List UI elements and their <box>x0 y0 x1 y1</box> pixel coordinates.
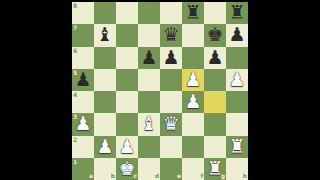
square-c5[interactable] <box>116 69 138 91</box>
piece-white-rook[interactable]: ♜ <box>228 137 245 156</box>
square-a2[interactable]: 2 <box>72 136 94 158</box>
square-d7[interactable] <box>138 24 160 46</box>
piece-black-bishop[interactable]: ♝ <box>96 25 113 44</box>
rank-label-2: 2 <box>73 137 77 143</box>
piece-white-queen[interactable]: ♛ <box>162 114 179 133</box>
square-b7[interactable]: ♝ <box>94 24 116 46</box>
file-label-h: h <box>243 173 247 179</box>
square-a5[interactable]: 5♟ <box>72 69 94 91</box>
piece-white-rook[interactable]: ♜ <box>206 159 223 178</box>
piece-white-pawn[interactable]: ♟ <box>228 70 245 89</box>
file-label-e: e <box>177 173 181 179</box>
square-b6[interactable] <box>94 47 116 69</box>
square-g1[interactable]: g♜ <box>204 158 226 180</box>
video-frame: 8♜♜7♝♛♚♟6♟♟♟5♟♟♟4♟3♟♝♛2♟♟♜1abc♚defg♜h <box>0 0 320 180</box>
piece-black-queen[interactable]: ♛ <box>162 25 179 44</box>
piece-black-rook[interactable]: ♜ <box>228 3 245 22</box>
square-f4[interactable]: ♟ <box>182 91 204 113</box>
square-b2[interactable]: ♟ <box>94 136 116 158</box>
square-e3[interactable]: ♛ <box>160 113 182 135</box>
piece-black-king[interactable]: ♚ <box>206 25 223 44</box>
square-d1[interactable]: d <box>138 158 160 180</box>
square-f5[interactable]: ♟ <box>182 69 204 91</box>
square-f7[interactable] <box>182 24 204 46</box>
square-g7[interactable]: ♚ <box>204 24 226 46</box>
square-d6[interactable]: ♟ <box>138 47 160 69</box>
file-label-b: b <box>111 173 115 179</box>
square-h3[interactable] <box>226 113 248 135</box>
square-g6[interactable]: ♟ <box>204 47 226 69</box>
chess-board: 8♜♜7♝♛♚♟6♟♟♟5♟♟♟4♟3♟♝♛2♟♟♜1abc♚defg♜h <box>72 2 248 180</box>
square-g2[interactable] <box>204 136 226 158</box>
square-c7[interactable] <box>116 24 138 46</box>
square-b1[interactable]: b <box>94 158 116 180</box>
square-e8[interactable] <box>160 2 182 24</box>
square-e7[interactable]: ♛ <box>160 24 182 46</box>
square-d5[interactable] <box>138 69 160 91</box>
piece-black-pawn[interactable]: ♟ <box>162 48 179 67</box>
square-b8[interactable] <box>94 2 116 24</box>
square-a4[interactable]: 4 <box>72 91 94 113</box>
piece-white-pawn[interactable]: ♟ <box>74 114 91 133</box>
letterbox-left <box>0 0 72 180</box>
square-g5[interactable] <box>204 69 226 91</box>
file-label-f: f <box>200 173 203 179</box>
square-e1[interactable]: e <box>160 158 182 180</box>
square-g8[interactable] <box>204 2 226 24</box>
rank-label-4: 4 <box>73 92 77 98</box>
square-d3[interactable]: ♝ <box>138 113 160 135</box>
square-b4[interactable] <box>94 91 116 113</box>
square-h1[interactable]: h <box>226 158 248 180</box>
square-c1[interactable]: c♚ <box>116 158 138 180</box>
file-label-d: d <box>155 173 159 179</box>
piece-white-pawn[interactable]: ♟ <box>184 92 201 111</box>
square-h8[interactable]: ♜ <box>226 2 248 24</box>
square-g4[interactable] <box>204 91 226 113</box>
piece-white-pawn[interactable]: ♟ <box>96 137 113 156</box>
square-a6[interactable]: 6 <box>72 47 94 69</box>
rank-label-1: 1 <box>73 159 77 165</box>
square-a3[interactable]: 3♟ <box>72 113 94 135</box>
square-h7[interactable]: ♟ <box>226 24 248 46</box>
square-c3[interactable] <box>116 113 138 135</box>
piece-white-king[interactable]: ♚ <box>118 159 135 178</box>
square-e6[interactable]: ♟ <box>160 47 182 69</box>
square-b3[interactable] <box>94 113 116 135</box>
square-h6[interactable] <box>226 47 248 69</box>
square-h4[interactable] <box>226 91 248 113</box>
piece-black-pawn[interactable]: ♟ <box>74 70 91 89</box>
file-label-a: a <box>89 173 93 179</box>
square-a7[interactable]: 7 <box>72 24 94 46</box>
square-d4[interactable] <box>138 91 160 113</box>
piece-black-pawn[interactable]: ♟ <box>206 48 223 67</box>
square-c2[interactable]: ♟ <box>116 136 138 158</box>
piece-white-bishop[interactable]: ♝ <box>140 114 157 133</box>
square-h2[interactable]: ♜ <box>226 136 248 158</box>
square-c6[interactable] <box>116 47 138 69</box>
square-d8[interactable] <box>138 2 160 24</box>
square-g3[interactable] <box>204 113 226 135</box>
piece-black-pawn[interactable]: ♟ <box>140 48 157 67</box>
rank-label-6: 6 <box>73 48 77 54</box>
square-f3[interactable] <box>182 113 204 135</box>
square-f2[interactable] <box>182 136 204 158</box>
rank-label-7: 7 <box>73 25 77 31</box>
square-c4[interactable] <box>116 91 138 113</box>
letterbox-right <box>248 0 320 180</box>
square-b5[interactable] <box>94 69 116 91</box>
square-f1[interactable]: f <box>182 158 204 180</box>
rank-label-8: 8 <box>73 3 77 9</box>
square-e5[interactable] <box>160 69 182 91</box>
square-a8[interactable]: 8 <box>72 2 94 24</box>
square-h5[interactable]: ♟ <box>226 69 248 91</box>
square-e4[interactable] <box>160 91 182 113</box>
square-d2[interactable] <box>138 136 160 158</box>
piece-white-pawn[interactable]: ♟ <box>118 137 135 156</box>
square-c8[interactable] <box>116 2 138 24</box>
square-e2[interactable] <box>160 136 182 158</box>
piece-black-rook[interactable]: ♜ <box>184 3 201 22</box>
square-f6[interactable] <box>182 47 204 69</box>
piece-white-pawn[interactable]: ♟ <box>184 70 201 89</box>
square-f8[interactable]: ♜ <box>182 2 204 24</box>
piece-black-pawn[interactable]: ♟ <box>228 25 245 44</box>
square-a1[interactable]: 1a <box>72 158 94 180</box>
